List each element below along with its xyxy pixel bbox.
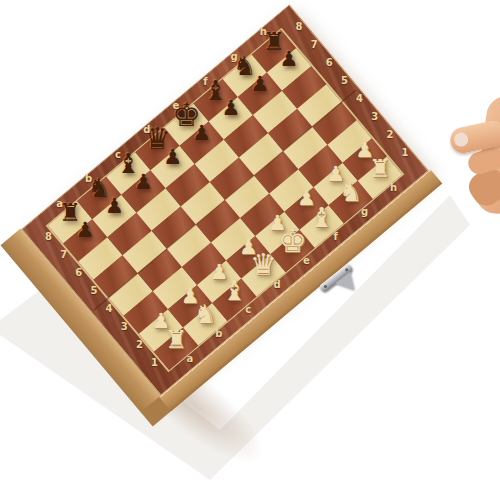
hand-finger-index [448,118,500,155]
rank-label-right-1: 1 [401,147,408,158]
file-label-top-e: e [172,100,179,111]
file-label-top-a: a [56,197,63,208]
rank-label-left-7: 7 [60,249,67,260]
rank-label-left-1: 1 [151,358,158,369]
product-photo-canvas: ♜♞♝♛♚♝♞♜♟♟♟♟♟♟♟♟♟♟♟♟♟♟♟♟♜♞♝♛♚♝♞♜ aabbccd… [0,0,500,500]
rank-label-right-5: 5 [341,75,348,86]
file-label-bottom-g: g [361,206,368,217]
file-label-top-c: c [115,149,121,160]
rank-label-right-2: 2 [386,129,393,140]
hand-finger-lower [464,163,500,211]
fingernail [453,131,470,148]
rank-label-right-4: 4 [356,93,363,104]
rank-label-left-6: 6 [75,267,82,278]
file-label-top-d: d [143,124,150,135]
file-label-bottom-d: d [273,279,280,290]
rank-label-right-7: 7 [310,39,317,50]
piece-black-pawn-h7[interactable]: ♟ [270,40,308,78]
file-label-top-f: f [203,76,207,87]
file-label-bottom-e: e [303,255,310,266]
rank-label-left-2: 2 [136,340,143,351]
file-label-top-g: g [230,51,237,62]
rank-label-right-6: 6 [325,57,332,68]
file-label-top-b: b [85,173,92,184]
rank-label-left-8: 8 [45,231,52,242]
rank-label-left-5: 5 [90,285,97,296]
rank-label-right-3: 3 [371,111,378,122]
rank-label-right-8: 8 [295,21,302,32]
file-label-bottom-h: h [390,181,397,192]
file-label-bottom-b: b [215,328,222,339]
file-label-bottom-a: a [186,353,193,364]
hand-palm [473,94,500,217]
hand-finger-middle [465,145,500,177]
file-label-bottom-c: c [245,304,251,315]
rank-label-left-3: 3 [120,322,127,333]
rank-label-left-4: 4 [105,303,112,314]
chess-board: ♜♞♝♛♚♝♞♜♟♟♟♟♟♟♟♟♟♟♟♟♟♟♟♟♜♞♝♛♚♝♞♜ aabbccd… [21,4,429,395]
file-label-top-h: h [260,26,267,37]
file-label-bottom-f: f [333,231,337,242]
